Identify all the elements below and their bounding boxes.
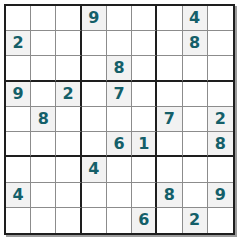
cell-r2c1[interactable]: 2 [6,31,31,56]
cell-r8c6[interactable] [132,183,157,208]
cell-r9c2[interactable] [31,208,56,233]
cell-r5c9[interactable]: 2 [208,107,233,132]
cell-r3c5[interactable]: 8 [107,56,132,81]
cell-r4c9[interactable] [208,82,233,107]
cell-r1c2[interactable] [31,6,56,31]
cell-r2c2[interactable] [31,31,56,56]
cell-r5c4[interactable] [82,107,107,132]
cell-r3c6[interactable] [132,56,157,81]
cell-r6c6[interactable]: 1 [132,132,157,157]
cell-r7c6[interactable] [132,157,157,182]
cell-r3c9[interactable] [208,56,233,81]
cell-r9c3[interactable] [56,208,81,233]
cell-r6c4[interactable] [82,132,107,157]
cell-r6c7[interactable] [157,132,182,157]
cell-r9c7[interactable] [157,208,182,233]
cell-r1c7[interactable] [157,6,182,31]
cell-r5c3[interactable] [56,107,81,132]
cell-r2c9[interactable] [208,31,233,56]
cell-r7c9[interactable] [208,157,233,182]
cell-r6c8[interactable] [183,132,208,157]
cell-r1c6[interactable] [132,6,157,31]
cell-r8c1[interactable]: 4 [6,183,31,208]
cell-r1c5[interactable] [107,6,132,31]
cell-r9c4[interactable] [82,208,107,233]
cell-r4c6[interactable] [132,82,157,107]
cell-r3c2[interactable] [31,56,56,81]
cell-r5c1[interactable] [6,107,31,132]
cell-r1c4[interactable]: 9 [82,6,107,31]
cell-r7c4[interactable]: 4 [82,157,107,182]
cell-r9c9[interactable] [208,208,233,233]
cell-r9c5[interactable] [107,208,132,233]
cell-r6c1[interactable] [6,132,31,157]
cell-r8c7[interactable]: 8 [157,183,182,208]
cell-r1c1[interactable] [6,6,31,31]
cell-r4c8[interactable] [183,82,208,107]
cell-r5c6[interactable] [132,107,157,132]
cell-r2c6[interactable] [132,31,157,56]
cell-r1c8[interactable]: 4 [183,6,208,31]
cell-r7c7[interactable] [157,157,182,182]
sudoku-board: 94288927872618448962 [4,4,235,235]
cell-r2c8[interactable]: 8 [183,31,208,56]
cell-r4c1[interactable]: 9 [6,82,31,107]
cell-r3c1[interactable] [6,56,31,81]
cell-r7c2[interactable] [31,157,56,182]
cell-r6c9[interactable]: 8 [208,132,233,157]
cell-r3c4[interactable] [82,56,107,81]
cell-r8c4[interactable] [82,183,107,208]
cell-r4c7[interactable] [157,82,182,107]
cell-r2c7[interactable] [157,31,182,56]
cell-r6c3[interactable] [56,132,81,157]
cell-r4c3[interactable]: 2 [56,82,81,107]
cell-r7c8[interactable] [183,157,208,182]
cell-r1c9[interactable] [208,6,233,31]
cell-r4c5[interactable]: 7 [107,82,132,107]
cell-r4c2[interactable] [31,82,56,107]
cell-r6c5[interactable]: 6 [107,132,132,157]
cell-r9c1[interactable] [6,208,31,233]
cell-r7c3[interactable] [56,157,81,182]
cell-r5c5[interactable] [107,107,132,132]
cell-r7c1[interactable] [6,157,31,182]
cell-r2c4[interactable] [82,31,107,56]
cell-r8c2[interactable] [31,183,56,208]
cell-r3c8[interactable] [183,56,208,81]
cell-r8c9[interactable]: 9 [208,183,233,208]
cell-r2c3[interactable] [56,31,81,56]
cell-r9c6[interactable]: 6 [132,208,157,233]
cell-r5c8[interactable] [183,107,208,132]
cell-r8c8[interactable] [183,183,208,208]
cell-r5c7[interactable]: 7 [157,107,182,132]
cell-r7c5[interactable] [107,157,132,182]
cell-r6c2[interactable] [31,132,56,157]
cell-r8c3[interactable] [56,183,81,208]
cell-r2c5[interactable] [107,31,132,56]
cell-r1c3[interactable] [56,6,81,31]
cell-r3c3[interactable] [56,56,81,81]
cell-r8c5[interactable] [107,183,132,208]
cell-r5c2[interactable]: 8 [31,107,56,132]
cell-r9c8[interactable]: 2 [183,208,208,233]
cell-r4c4[interactable] [82,82,107,107]
cell-r3c7[interactable] [157,56,182,81]
